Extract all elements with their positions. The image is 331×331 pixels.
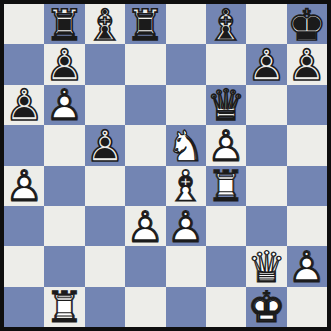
square-h3[interactable] (287, 206, 327, 246)
square-a1[interactable] (4, 287, 44, 327)
square-a2[interactable] (4, 246, 44, 286)
piece-glyph-base: ♜ (125, 5, 165, 45)
piece-white-rook[interactable]: ♜♖♜ (206, 166, 246, 206)
piece-glyph-edge: ♛ (206, 86, 246, 126)
square-b4[interactable] (44, 166, 84, 206)
piece-glyph-detail: ♖ (44, 5, 84, 45)
piece-white-pawn[interactable]: ♟♙♟ (44, 85, 84, 125)
piece-glyph-detail: ♕ (206, 86, 246, 126)
square-d1[interactable] (125, 287, 165, 327)
piece-glyph-base: ♚ (287, 5, 327, 45)
piece-glyph-detail: ♖ (44, 288, 84, 328)
piece-glyph-base: ♟ (44, 45, 84, 85)
piece-glyph-base: ♟ (166, 207, 206, 247)
square-c6[interactable] (85, 85, 125, 125)
piece-glyph-base: ♟ (85, 126, 125, 166)
piece-glyph-base: ♝ (166, 167, 206, 207)
piece-glyph-detail: ♙ (287, 247, 327, 287)
piece-glyph-edge: ♟ (44, 45, 84, 85)
square-f1[interactable] (206, 287, 246, 327)
piece-glyph-edge: ♝ (206, 5, 246, 45)
square-h1[interactable] (287, 287, 327, 327)
piece-glyph-detail: ♘ (166, 126, 206, 166)
square-f3[interactable] (206, 206, 246, 246)
square-e8[interactable] (166, 4, 206, 44)
square-d2[interactable] (125, 246, 165, 286)
piece-glyph-edge: ♝ (85, 5, 125, 45)
piece-white-king[interactable]: ♚♔♚ (246, 287, 286, 327)
piece-black-bishop[interactable]: ♝♗♝ (85, 4, 125, 44)
piece-white-pawn[interactable]: ♟♙♟ (206, 125, 246, 165)
piece-glyph-edge: ♟ (44, 86, 84, 126)
piece-white-queen[interactable]: ♛♕♛ (246, 246, 286, 286)
piece-glyph-base: ♟ (246, 45, 286, 85)
piece-glyph-detail: ♗ (166, 167, 206, 207)
piece-white-pawn[interactable]: ♟♙♟ (4, 166, 44, 206)
piece-glyph-base: ♟ (44, 86, 84, 126)
square-c7[interactable] (85, 44, 125, 84)
piece-glyph-detail: ♗ (206, 5, 246, 45)
square-g6[interactable] (246, 85, 286, 125)
piece-black-pawn[interactable]: ♟♙♟ (287, 44, 327, 84)
square-e4[interactable]: ♝♗♝ (166, 166, 206, 206)
piece-glyph-edge: ♟ (206, 126, 246, 166)
square-f4[interactable]: ♜♖♜ (206, 166, 246, 206)
square-e1[interactable] (166, 287, 206, 327)
piece-glyph-detail: ♙ (4, 86, 44, 126)
square-c3[interactable] (85, 206, 125, 246)
square-b3[interactable] (44, 206, 84, 246)
square-f6[interactable]: ♛♕♛ (206, 85, 246, 125)
piece-glyph-edge: ♜ (44, 288, 84, 328)
piece-glyph-detail: ♙ (44, 45, 84, 85)
piece-glyph-base: ♚ (246, 288, 286, 328)
square-b6[interactable]: ♟♙♟ (44, 85, 84, 125)
square-h4[interactable] (287, 166, 327, 206)
square-e5[interactable]: ♞♘♞ (166, 125, 206, 165)
piece-glyph-edge: ♛ (246, 247, 286, 287)
piece-glyph-detail: ♙ (125, 207, 165, 247)
square-f5[interactable]: ♟♙♟ (206, 125, 246, 165)
square-g7[interactable]: ♟♙♟ (246, 44, 286, 84)
piece-glyph-detail: ♙ (166, 207, 206, 247)
square-a5[interactable] (4, 125, 44, 165)
piece-glyph-edge: ♟ (246, 45, 286, 85)
piece-glyph-base: ♜ (44, 288, 84, 328)
piece-glyph-edge: ♟ (125, 207, 165, 247)
piece-white-knight[interactable]: ♞♘♞ (166, 125, 206, 165)
square-h7[interactable]: ♟♙♟ (287, 44, 327, 84)
piece-glyph-base: ♞ (166, 126, 206, 166)
piece-glyph-edge: ♟ (4, 86, 44, 126)
square-e3[interactable]: ♟♙♟ (166, 206, 206, 246)
piece-glyph-base: ♛ (246, 247, 286, 287)
square-c8[interactable]: ♝♗♝ (85, 4, 125, 44)
square-b7[interactable]: ♟♙♟ (44, 44, 84, 84)
square-d3[interactable]: ♟♙♟ (125, 206, 165, 246)
piece-black-king[interactable]: ♚♔♚ (287, 4, 327, 44)
piece-glyph-edge: ♜ (44, 5, 84, 45)
piece-glyph-edge: ♚ (287, 5, 327, 45)
piece-black-rook[interactable]: ♜♖♜ (44, 4, 84, 44)
piece-white-pawn[interactable]: ♟♙♟ (166, 206, 206, 246)
square-a4[interactable]: ♟♙♟ (4, 166, 44, 206)
piece-glyph-base: ♜ (206, 167, 246, 207)
piece-black-pawn[interactable]: ♟♙♟ (85, 125, 125, 165)
square-g2[interactable]: ♛♕♛ (246, 246, 286, 286)
piece-glyph-base: ♟ (4, 167, 44, 207)
square-g8[interactable] (246, 4, 286, 44)
square-a6[interactable]: ♟♙♟ (4, 85, 44, 125)
square-b8[interactable]: ♜♖♜ (44, 4, 84, 44)
piece-glyph-base: ♟ (206, 126, 246, 166)
square-g1[interactable]: ♚♔♚ (246, 287, 286, 327)
piece-black-queen[interactable]: ♛♕♛ (206, 85, 246, 125)
piece-black-pawn[interactable]: ♟♙♟ (246, 44, 286, 84)
square-g4[interactable] (246, 166, 286, 206)
piece-glyph-base: ♝ (85, 5, 125, 45)
piece-glyph-base: ♜ (44, 5, 84, 45)
square-a3[interactable] (4, 206, 44, 246)
square-h6[interactable] (287, 85, 327, 125)
square-c4[interactable] (85, 166, 125, 206)
square-e6[interactable] (166, 85, 206, 125)
piece-glyph-edge: ♚ (246, 288, 286, 328)
piece-glyph-detail: ♙ (206, 126, 246, 166)
piece-black-pawn[interactable]: ♟♙♟ (44, 44, 84, 84)
square-h8[interactable]: ♚♔♚ (287, 4, 327, 44)
square-c5[interactable]: ♟♙♟ (85, 125, 125, 165)
square-f7[interactable] (206, 44, 246, 84)
piece-glyph-detail: ♙ (287, 45, 327, 85)
square-d6[interactable] (125, 85, 165, 125)
piece-glyph-detail: ♔ (287, 5, 327, 45)
piece-glyph-detail: ♔ (246, 288, 286, 328)
square-d7[interactable] (125, 44, 165, 84)
piece-glyph-detail: ♙ (4, 167, 44, 207)
piece-glyph-base: ♟ (4, 86, 44, 126)
piece-glyph-edge: ♟ (85, 126, 125, 166)
piece-black-rook[interactable]: ♜♖♜ (125, 4, 165, 44)
piece-glyph-detail: ♕ (246, 247, 286, 287)
square-h2[interactable]: ♟♙♟ (287, 246, 327, 286)
piece-glyph-base: ♟ (125, 207, 165, 247)
piece-glyph-edge: ♟ (287, 247, 327, 287)
square-a7[interactable] (4, 44, 44, 84)
piece-glyph-detail: ♖ (125, 5, 165, 45)
square-e7[interactable] (166, 44, 206, 84)
piece-white-pawn[interactable]: ♟♙♟ (125, 206, 165, 246)
piece-glyph-detail: ♙ (246, 45, 286, 85)
piece-glyph-edge: ♜ (125, 5, 165, 45)
piece-glyph-detail: ♙ (44, 86, 84, 126)
piece-glyph-edge: ♟ (166, 207, 206, 247)
square-b2[interactable] (44, 246, 84, 286)
square-g5[interactable] (246, 125, 286, 165)
piece-glyph-base: ♟ (287, 45, 327, 85)
piece-glyph-edge: ♞ (166, 126, 206, 166)
piece-black-bishop[interactable]: ♝♗♝ (206, 4, 246, 44)
square-g3[interactable] (246, 206, 286, 246)
piece-glyph-base: ♟ (287, 247, 327, 287)
piece-glyph-detail: ♗ (85, 5, 125, 45)
square-d8[interactable]: ♜♖♜ (125, 4, 165, 44)
piece-glyph-edge: ♝ (166, 167, 206, 207)
chess-board: ♜♖♜♝♗♝♜♖♜♝♗♝♚♔♚♟♙♟♟♙♟♟♙♟♟♙♟♟♙♟♛♕♛♟♙♟♞♘♞♟… (0, 0, 331, 331)
piece-glyph-base: ♝ (206, 5, 246, 45)
piece-glyph-detail: ♖ (206, 167, 246, 207)
square-a8[interactable] (4, 4, 44, 44)
piece-white-pawn[interactable]: ♟♙♟ (287, 246, 327, 286)
piece-glyph-edge: ♟ (4, 167, 44, 207)
piece-white-rook[interactable]: ♜♖♜ (44, 287, 84, 327)
piece-black-pawn[interactable]: ♟♙♟ (4, 85, 44, 125)
square-c1[interactable] (85, 287, 125, 327)
piece-glyph-edge: ♟ (287, 45, 327, 85)
square-b5[interactable] (44, 125, 84, 165)
square-d4[interactable] (125, 166, 165, 206)
square-e2[interactable] (166, 246, 206, 286)
piece-white-bishop[interactable]: ♝♗♝ (166, 166, 206, 206)
piece-glyph-base: ♛ (206, 86, 246, 126)
piece-glyph-edge: ♜ (206, 167, 246, 207)
square-h5[interactable] (287, 125, 327, 165)
square-f2[interactable] (206, 246, 246, 286)
square-f8[interactable]: ♝♗♝ (206, 4, 246, 44)
square-d5[interactable] (125, 125, 165, 165)
square-b1[interactable]: ♜♖♜ (44, 287, 84, 327)
square-c2[interactable] (85, 246, 125, 286)
piece-glyph-detail: ♙ (85, 126, 125, 166)
